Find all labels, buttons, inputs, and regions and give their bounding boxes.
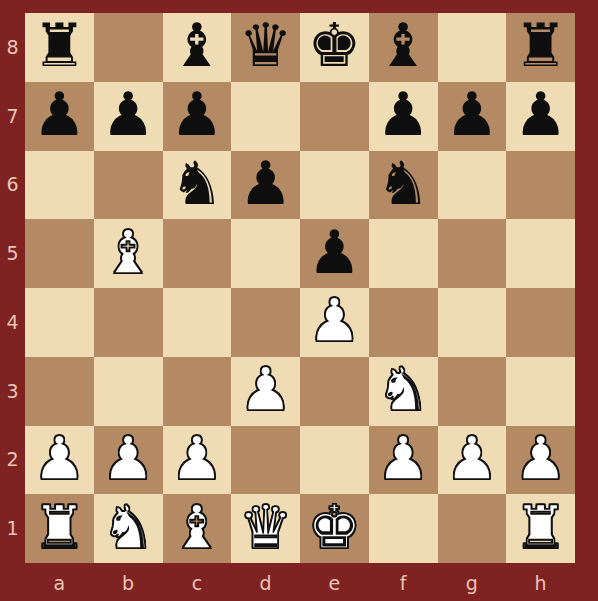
- rank-label-6: 6: [0, 151, 25, 220]
- square-c1[interactable]: ♝: [163, 494, 232, 563]
- square-c6[interactable]: ♞: [163, 151, 232, 220]
- square-c5[interactable]: [163, 219, 232, 288]
- square-e3[interactable]: [300, 357, 369, 426]
- square-g3[interactable]: [438, 357, 507, 426]
- square-h6[interactable]: [506, 151, 575, 220]
- piece-black-rook[interactable]: ♜: [32, 11, 86, 79]
- file-label-f: f: [369, 563, 438, 601]
- square-a1[interactable]: ♜: [25, 494, 94, 563]
- rank-labels: 87654321: [0, 13, 25, 563]
- piece-white-pawn[interactable]: ♟: [307, 286, 361, 354]
- square-g5[interactable]: [438, 219, 507, 288]
- rank-label-2: 2: [0, 426, 25, 495]
- square-e7[interactable]: [300, 82, 369, 151]
- file-label-d: d: [231, 563, 300, 601]
- piece-black-rook[interactable]: ♜: [514, 11, 568, 79]
- rank-label-1: 1: [0, 494, 25, 563]
- file-label-e: e: [300, 563, 369, 601]
- piece-white-queen[interactable]: ♛: [239, 493, 293, 561]
- piece-black-bishop[interactable]: ♝: [376, 11, 430, 79]
- square-f2[interactable]: ♟: [369, 426, 438, 495]
- square-h5[interactable]: [506, 219, 575, 288]
- piece-white-pawn[interactable]: ♟: [101, 424, 155, 492]
- square-b3[interactable]: [94, 357, 163, 426]
- piece-black-pawn[interactable]: ♟: [445, 80, 499, 148]
- piece-black-pawn[interactable]: ♟: [376, 80, 430, 148]
- rank-label-7: 7: [0, 82, 25, 151]
- piece-black-pawn[interactable]: ♟: [239, 149, 293, 217]
- square-a2[interactable]: ♟: [25, 426, 94, 495]
- piece-white-knight[interactable]: ♞: [101, 493, 155, 561]
- square-e1[interactable]: ♚: [300, 494, 369, 563]
- piece-white-pawn[interactable]: ♟: [239, 355, 293, 423]
- square-h8[interactable]: ♜: [506, 13, 575, 82]
- rank-label-4: 4: [0, 288, 25, 357]
- square-f6[interactable]: ♞: [369, 151, 438, 220]
- square-g7[interactable]: ♟: [438, 82, 507, 151]
- square-c2[interactable]: ♟: [163, 426, 232, 495]
- file-labels: abcdefgh: [25, 563, 575, 601]
- rank-label-5: 5: [0, 219, 25, 288]
- square-a3[interactable]: [25, 357, 94, 426]
- square-h2[interactable]: ♟: [506, 426, 575, 495]
- square-d2[interactable]: [231, 426, 300, 495]
- square-b5[interactable]: ♝: [94, 219, 163, 288]
- piece-white-bishop[interactable]: ♝: [101, 218, 155, 286]
- square-b6[interactable]: [94, 151, 163, 220]
- piece-black-knight[interactable]: ♞: [170, 149, 224, 217]
- square-b7[interactable]: ♟: [94, 82, 163, 151]
- square-d7[interactable]: [231, 82, 300, 151]
- piece-black-king[interactable]: ♚: [307, 11, 361, 79]
- piece-black-pawn[interactable]: ♟: [307, 218, 361, 286]
- square-h7[interactable]: ♟: [506, 82, 575, 151]
- piece-black-knight[interactable]: ♞: [376, 149, 430, 217]
- square-a8[interactable]: ♜: [25, 13, 94, 82]
- square-h1[interactable]: ♜: [506, 494, 575, 563]
- square-f5[interactable]: [369, 219, 438, 288]
- square-f3[interactable]: ♞: [369, 357, 438, 426]
- piece-white-pawn[interactable]: ♟: [32, 424, 86, 492]
- square-d8[interactable]: ♛: [231, 13, 300, 82]
- square-d3[interactable]: ♟: [231, 357, 300, 426]
- square-c8[interactable]: ♝: [163, 13, 232, 82]
- piece-white-rook[interactable]: ♜: [32, 493, 86, 561]
- square-b4[interactable]: [94, 288, 163, 357]
- square-f8[interactable]: ♝: [369, 13, 438, 82]
- chess-board-frame: 87654321 ♜♝♛♚♝♜♟♟♟♟♟♟♞♟♞♝♟♟♟♞♟♟♟♟♟♟♜♞♝♛♚…: [0, 0, 598, 601]
- square-a5[interactable]: [25, 219, 94, 288]
- chess-board[interactable]: ♜♝♛♚♝♜♟♟♟♟♟♟♞♟♞♝♟♟♟♞♟♟♟♟♟♟♜♞♝♛♚♜: [25, 13, 575, 563]
- square-e4[interactable]: ♟: [300, 288, 369, 357]
- piece-white-pawn[interactable]: ♟: [445, 424, 499, 492]
- piece-white-rook[interactable]: ♜: [514, 493, 568, 561]
- piece-white-knight[interactable]: ♞: [376, 355, 430, 423]
- square-f1[interactable]: [369, 494, 438, 563]
- square-c4[interactable]: [163, 288, 232, 357]
- square-g6[interactable]: [438, 151, 507, 220]
- square-g2[interactable]: ♟: [438, 426, 507, 495]
- square-h3[interactable]: [506, 357, 575, 426]
- file-label-b: b: [94, 563, 163, 601]
- square-d6[interactable]: ♟: [231, 151, 300, 220]
- piece-white-pawn[interactable]: ♟: [514, 424, 568, 492]
- piece-white-pawn[interactable]: ♟: [376, 424, 430, 492]
- square-e6[interactable]: [300, 151, 369, 220]
- rank-label-8: 8: [0, 13, 25, 82]
- piece-black-pawn[interactable]: ♟: [514, 80, 568, 148]
- square-e2[interactable]: [300, 426, 369, 495]
- file-label-h: h: [506, 563, 575, 601]
- piece-black-bishop[interactable]: ♝: [170, 11, 224, 79]
- square-a6[interactable]: [25, 151, 94, 220]
- square-c7[interactable]: ♟: [163, 82, 232, 151]
- square-g1[interactable]: [438, 494, 507, 563]
- square-g8[interactable]: [438, 13, 507, 82]
- square-f7[interactable]: ♟: [369, 82, 438, 151]
- piece-white-pawn[interactable]: ♟: [170, 424, 224, 492]
- square-b1[interactable]: ♞: [94, 494, 163, 563]
- file-label-c: c: [163, 563, 232, 601]
- square-b2[interactable]: ♟: [94, 426, 163, 495]
- piece-white-bishop[interactable]: ♝: [170, 493, 224, 561]
- square-e5[interactable]: ♟: [300, 219, 369, 288]
- square-d5[interactable]: [231, 219, 300, 288]
- square-d1[interactable]: ♛: [231, 494, 300, 563]
- piece-black-queen[interactable]: ♛: [239, 11, 293, 79]
- square-c3[interactable]: [163, 357, 232, 426]
- square-a4[interactable]: [25, 288, 94, 357]
- piece-black-pawn[interactable]: ♟: [170, 80, 224, 148]
- square-a7[interactable]: ♟: [25, 82, 94, 151]
- square-g4[interactable]: [438, 288, 507, 357]
- piece-white-king[interactable]: ♚: [307, 493, 361, 561]
- piece-black-pawn[interactable]: ♟: [32, 80, 86, 148]
- piece-black-pawn[interactable]: ♟: [101, 80, 155, 148]
- file-label-g: g: [438, 563, 507, 601]
- square-d4[interactable]: [231, 288, 300, 357]
- rank-label-3: 3: [0, 357, 25, 426]
- square-b8[interactable]: [94, 13, 163, 82]
- square-e8[interactable]: ♚: [300, 13, 369, 82]
- file-label-a: a: [25, 563, 94, 601]
- square-f4[interactable]: [369, 288, 438, 357]
- square-h4[interactable]: [506, 288, 575, 357]
